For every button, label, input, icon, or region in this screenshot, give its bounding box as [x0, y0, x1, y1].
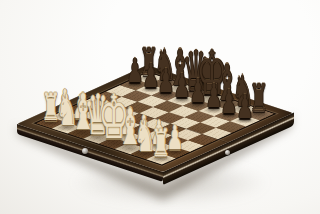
- white-rook[interactable]: ♜: [152, 124, 171, 161]
- black-pawn[interactable]: ♟: [174, 70, 191, 103]
- black-pawn[interactable]: ♟: [127, 54, 144, 87]
- black-pawn[interactable]: ♟: [189, 75, 206, 108]
- latch-icon: [82, 148, 88, 154]
- black-pawn[interactable]: ♟: [205, 80, 222, 113]
- black-pawn[interactable]: ♟: [142, 59, 159, 92]
- chess-set-photo: ♜♞♝♛♚♝♞♜♟♟♟♟♟♟♟♟♟♟♟♟♟♟♟♟♜♞♝♛♚♝♞♜: [0, 0, 320, 214]
- black-pawn[interactable]: ♟: [158, 64, 175, 97]
- latch-icon: [225, 150, 230, 155]
- black-pawn[interactable]: ♟: [221, 85, 238, 118]
- black-pawn[interactable]: ♟: [237, 90, 254, 123]
